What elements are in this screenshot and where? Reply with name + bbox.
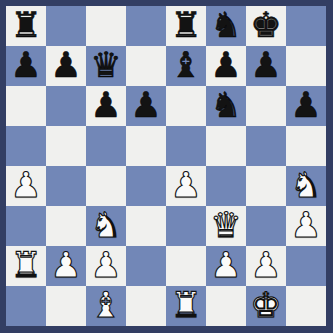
square-b3[interactable] xyxy=(46,206,86,246)
square-e1[interactable]: ♜ xyxy=(166,286,206,326)
square-a4[interactable]: ♟ xyxy=(6,166,46,206)
white-rook-piece[interactable]: ♜ xyxy=(170,286,201,325)
black-knight-piece[interactable]: ♞ xyxy=(210,6,241,45)
square-c1[interactable]: ♝ xyxy=(86,286,126,326)
white-pawn-piece[interactable]: ♟ xyxy=(170,166,201,205)
black-pawn-piece[interactable]: ♟ xyxy=(210,46,241,85)
square-a8[interactable]: ♜ xyxy=(6,6,46,46)
white-knight-piece[interactable]: ♞ xyxy=(90,206,121,245)
square-h4[interactable]: ♞ xyxy=(286,166,326,206)
square-h5[interactable] xyxy=(286,126,326,166)
black-pawn-piece[interactable]: ♟ xyxy=(90,86,121,125)
black-rook-piece[interactable]: ♜ xyxy=(170,6,201,45)
white-queen-piece[interactable]: ♛ xyxy=(210,206,241,245)
square-e3[interactable] xyxy=(166,206,206,246)
square-h2[interactable] xyxy=(286,246,326,286)
square-c2[interactable]: ♟ xyxy=(86,246,126,286)
white-pawn-piece[interactable]: ♟ xyxy=(50,246,81,285)
square-a2[interactable]: ♜ xyxy=(6,246,46,286)
square-g8[interactable]: ♚ xyxy=(246,6,286,46)
square-a1[interactable] xyxy=(6,286,46,326)
square-c6[interactable]: ♟ xyxy=(86,86,126,126)
square-a3[interactable] xyxy=(6,206,46,246)
square-e6[interactable] xyxy=(166,86,206,126)
square-a6[interactable] xyxy=(6,86,46,126)
square-g7[interactable]: ♟ xyxy=(246,46,286,86)
white-bishop-piece[interactable]: ♝ xyxy=(90,286,121,325)
square-e5[interactable] xyxy=(166,126,206,166)
white-knight-piece[interactable]: ♞ xyxy=(290,166,321,205)
black-pawn-piece[interactable]: ♟ xyxy=(10,46,41,85)
square-b4[interactable] xyxy=(46,166,86,206)
square-d8[interactable] xyxy=(126,6,166,46)
square-a5[interactable] xyxy=(6,126,46,166)
square-f7[interactable]: ♟ xyxy=(206,46,246,86)
square-c4[interactable] xyxy=(86,166,126,206)
square-f3[interactable]: ♛ xyxy=(206,206,246,246)
square-f2[interactable]: ♟ xyxy=(206,246,246,286)
square-b7[interactable]: ♟ xyxy=(46,46,86,86)
square-b1[interactable] xyxy=(46,286,86,326)
square-d1[interactable] xyxy=(126,286,166,326)
white-king-piece[interactable]: ♚ xyxy=(250,286,281,325)
white-pawn-piece[interactable]: ♟ xyxy=(90,246,121,285)
square-d2[interactable] xyxy=(126,246,166,286)
square-d5[interactable] xyxy=(126,126,166,166)
square-a7[interactable]: ♟ xyxy=(6,46,46,86)
black-bishop-piece[interactable]: ♝ xyxy=(170,46,201,85)
square-g6[interactable] xyxy=(246,86,286,126)
square-c5[interactable] xyxy=(86,126,126,166)
white-pawn-piece[interactable]: ♟ xyxy=(210,246,241,285)
square-f8[interactable]: ♞ xyxy=(206,6,246,46)
black-pawn-piece[interactable]: ♟ xyxy=(250,46,281,85)
square-h1[interactable] xyxy=(286,286,326,326)
square-d4[interactable] xyxy=(126,166,166,206)
square-f5[interactable] xyxy=(206,126,246,166)
square-h6[interactable]: ♟ xyxy=(286,86,326,126)
black-knight-piece[interactable]: ♞ xyxy=(210,86,241,125)
white-pawn-piece[interactable]: ♟ xyxy=(290,206,321,245)
square-b5[interactable] xyxy=(46,126,86,166)
square-f1[interactable] xyxy=(206,286,246,326)
black-rook-piece[interactable]: ♜ xyxy=(10,6,41,45)
square-c7[interactable]: ♛ xyxy=(86,46,126,86)
square-d3[interactable] xyxy=(126,206,166,246)
square-c3[interactable]: ♞ xyxy=(86,206,126,246)
square-e7[interactable]: ♝ xyxy=(166,46,206,86)
black-king-piece[interactable]: ♚ xyxy=(250,6,281,45)
square-b8[interactable] xyxy=(46,6,86,46)
chess-board-frame: ♜♜♞♚♟♟♛♝♟♟♟♟♞♟♟♟♞♞♛♟♜♟♟♟♟♝♜♚ xyxy=(0,0,333,333)
square-e8[interactable]: ♜ xyxy=(166,6,206,46)
black-pawn-piece[interactable]: ♟ xyxy=(130,86,161,125)
square-f4[interactable] xyxy=(206,166,246,206)
white-rook-piece[interactable]: ♜ xyxy=(10,246,41,285)
square-f6[interactable]: ♞ xyxy=(206,86,246,126)
square-g5[interactable] xyxy=(246,126,286,166)
square-d6[interactable]: ♟ xyxy=(126,86,166,126)
square-h7[interactable] xyxy=(286,46,326,86)
white-pawn-piece[interactable]: ♟ xyxy=(250,246,281,285)
square-c8[interactable] xyxy=(86,6,126,46)
square-e4[interactable]: ♟ xyxy=(166,166,206,206)
square-b6[interactable] xyxy=(46,86,86,126)
chess-board: ♜♜♞♚♟♟♛♝♟♟♟♟♞♟♟♟♞♞♛♟♜♟♟♟♟♝♜♚ xyxy=(6,6,326,326)
square-e2[interactable] xyxy=(166,246,206,286)
square-g2[interactable]: ♟ xyxy=(246,246,286,286)
square-b2[interactable]: ♟ xyxy=(46,246,86,286)
square-g3[interactable] xyxy=(246,206,286,246)
black-pawn-piece[interactable]: ♟ xyxy=(290,86,321,125)
white-pawn-piece[interactable]: ♟ xyxy=(10,166,41,205)
black-queen-piece[interactable]: ♛ xyxy=(90,46,121,85)
square-h3[interactable]: ♟ xyxy=(286,206,326,246)
square-h8[interactable] xyxy=(286,6,326,46)
square-d7[interactable] xyxy=(126,46,166,86)
black-pawn-piece[interactable]: ♟ xyxy=(50,46,81,85)
square-g4[interactable] xyxy=(246,166,286,206)
square-g1[interactable]: ♚ xyxy=(246,286,286,326)
